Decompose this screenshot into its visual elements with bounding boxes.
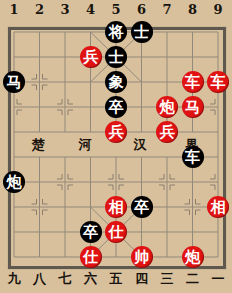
piece-black-chariot[interactable]: 车 xyxy=(182,146,204,168)
piece-red-advisor[interactable]: 仕 xyxy=(105,221,127,243)
piece-red-soldier[interactable]: 兵 xyxy=(156,121,178,143)
piece-red-soldier[interactable]: 兵 xyxy=(105,121,127,143)
piece-red-elephant[interactable]: 相 xyxy=(105,196,127,218)
piece-black-horse[interactable]: 马 xyxy=(3,71,25,93)
piece-red-cannon[interactable]: 炮 xyxy=(182,246,204,268)
piece-black-soldier[interactable]: 卒 xyxy=(105,96,127,118)
piece-black-soldier[interactable]: 卒 xyxy=(131,196,153,218)
xiangqi-board-screen: 123456789 xyxy=(0,0,232,293)
piece-black-cannon[interactable]: 炮 xyxy=(3,171,25,193)
piece-red-cannon[interactable]: 炮 xyxy=(156,96,178,118)
piece-red-chariot[interactable]: 车 xyxy=(182,71,204,93)
piece-black-elephant[interactable]: 象 xyxy=(105,71,127,93)
piece-grid: 将士兵士马象车车卒炮马兵兵车炮相卒相卒仕仕帅炮 xyxy=(1,20,231,270)
piece-red-chariot[interactable]: 车 xyxy=(207,71,229,93)
piece-red-advisor[interactable]: 仕 xyxy=(80,246,102,268)
piece-red-soldier[interactable]: 兵 xyxy=(80,46,102,68)
piece-black-advisor[interactable]: 士 xyxy=(105,46,127,68)
piece-red-general[interactable]: 帅 xyxy=(131,246,153,268)
piece-black-general[interactable]: 将 xyxy=(105,21,127,43)
piece-red-elephant[interactable]: 相 xyxy=(207,196,229,218)
piece-black-soldier[interactable]: 卒 xyxy=(80,221,102,243)
piece-red-horse[interactable]: 马 xyxy=(182,96,204,118)
piece-black-advisor[interactable]: 士 xyxy=(131,21,153,43)
